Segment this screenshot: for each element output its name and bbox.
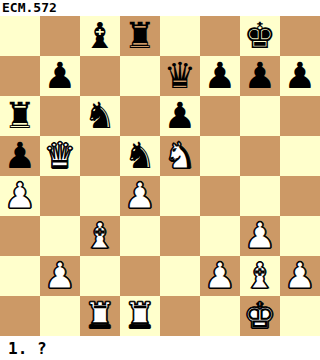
square-h2[interactable]: ♟ [280, 256, 320, 296]
square-h4[interactable] [280, 176, 320, 216]
square-f5[interactable] [200, 136, 240, 176]
square-b4[interactable] [40, 176, 80, 216]
square-h1[interactable] [280, 296, 320, 336]
square-e1[interactable] [160, 296, 200, 336]
square-f7[interactable]: ♟ [200, 56, 240, 96]
piece-black-bishop[interactable]: ♝ [84, 16, 116, 56]
piece-white-pawn[interactable]: ♟ [244, 216, 276, 256]
piece-white-pawn[interactable]: ♟ [124, 176, 156, 216]
piece-white-rook[interactable]: ♜ [124, 296, 156, 336]
square-b7[interactable]: ♟ [40, 56, 80, 96]
square-d8[interactable]: ♜ [120, 16, 160, 56]
piece-white-knight[interactable]: ♞ [164, 136, 196, 176]
piece-black-knight[interactable]: ♞ [84, 96, 116, 136]
square-e7[interactable]: ♛ [160, 56, 200, 96]
piece-white-pawn[interactable]: ♟ [284, 256, 316, 296]
square-a2[interactable] [0, 256, 40, 296]
square-c8[interactable]: ♝ [80, 16, 120, 56]
square-g7[interactable]: ♟ [240, 56, 280, 96]
chess-app: ECM.572 ♝♜♚♟♛♟♟♟♜♞♟♟♛♞♞♟♟♝♟♟♟♝♟♜♜♚ 1. ? [0, 0, 320, 360]
square-a4[interactable]: ♟ [0, 176, 40, 216]
square-a5[interactable]: ♟ [0, 136, 40, 176]
square-a3[interactable] [0, 216, 40, 256]
square-c6[interactable]: ♞ [80, 96, 120, 136]
move-prompt-bar: 1. ? [0, 336, 320, 360]
square-g1[interactable]: ♚ [240, 296, 280, 336]
piece-black-knight[interactable]: ♞ [124, 136, 156, 176]
square-g4[interactable] [240, 176, 280, 216]
square-f2[interactable]: ♟ [200, 256, 240, 296]
square-b1[interactable] [40, 296, 80, 336]
square-d2[interactable] [120, 256, 160, 296]
piece-black-pawn[interactable]: ♟ [244, 56, 276, 96]
piece-black-rook[interactable]: ♜ [4, 96, 36, 136]
chess-board: ♝♜♚♟♛♟♟♟♜♞♟♟♛♞♞♟♟♝♟♟♟♝♟♜♜♚ [0, 16, 320, 336]
piece-white-king[interactable]: ♚ [244, 296, 276, 336]
piece-white-pawn[interactable]: ♟ [4, 176, 36, 216]
title-bar: ECM.572 [0, 0, 320, 16]
square-h6[interactable] [280, 96, 320, 136]
square-g5[interactable] [240, 136, 280, 176]
square-c5[interactable] [80, 136, 120, 176]
square-c3[interactable]: ♝ [80, 216, 120, 256]
square-a6[interactable]: ♜ [0, 96, 40, 136]
square-d3[interactable] [120, 216, 160, 256]
piece-white-rook[interactable]: ♜ [84, 296, 116, 336]
puzzle-title: ECM.572 [2, 0, 57, 16]
square-e3[interactable] [160, 216, 200, 256]
square-a7[interactable] [0, 56, 40, 96]
square-g2[interactable]: ♝ [240, 256, 280, 296]
square-b6[interactable] [40, 96, 80, 136]
square-c1[interactable]: ♜ [80, 296, 120, 336]
piece-black-pawn[interactable]: ♟ [164, 96, 196, 136]
square-f6[interactable] [200, 96, 240, 136]
square-h7[interactable]: ♟ [280, 56, 320, 96]
square-e2[interactable] [160, 256, 200, 296]
piece-black-pawn[interactable]: ♟ [204, 56, 236, 96]
move-prompt: 1. ? [8, 339, 47, 358]
square-b8[interactable] [40, 16, 80, 56]
piece-black-pawn[interactable]: ♟ [284, 56, 316, 96]
piece-black-king[interactable]: ♚ [244, 16, 276, 56]
square-g3[interactable]: ♟ [240, 216, 280, 256]
piece-white-queen[interactable]: ♛ [44, 136, 76, 176]
square-g6[interactable] [240, 96, 280, 136]
square-d1[interactable]: ♜ [120, 296, 160, 336]
square-e8[interactable] [160, 16, 200, 56]
square-b3[interactable] [40, 216, 80, 256]
piece-black-pawn[interactable]: ♟ [44, 56, 76, 96]
piece-black-queen[interactable]: ♛ [164, 56, 196, 96]
piece-black-pawn[interactable]: ♟ [4, 136, 36, 176]
square-a8[interactable] [0, 16, 40, 56]
square-e6[interactable]: ♟ [160, 96, 200, 136]
square-d4[interactable]: ♟ [120, 176, 160, 216]
square-h3[interactable] [280, 216, 320, 256]
square-a1[interactable] [0, 296, 40, 336]
piece-white-pawn[interactable]: ♟ [44, 256, 76, 296]
square-e4[interactable] [160, 176, 200, 216]
square-g8[interactable]: ♚ [240, 16, 280, 56]
square-d5[interactable]: ♞ [120, 136, 160, 176]
piece-white-pawn[interactable]: ♟ [204, 256, 236, 296]
square-c4[interactable] [80, 176, 120, 216]
piece-white-bishop[interactable]: ♝ [244, 256, 276, 296]
square-h5[interactable] [280, 136, 320, 176]
square-e5[interactable]: ♞ [160, 136, 200, 176]
piece-white-bishop[interactable]: ♝ [84, 216, 116, 256]
square-f8[interactable] [200, 16, 240, 56]
square-h8[interactable] [280, 16, 320, 56]
square-d7[interactable] [120, 56, 160, 96]
square-c2[interactable] [80, 256, 120, 296]
square-f3[interactable] [200, 216, 240, 256]
square-b5[interactable]: ♛ [40, 136, 80, 176]
square-f4[interactable] [200, 176, 240, 216]
square-c7[interactable] [80, 56, 120, 96]
piece-black-rook[interactable]: ♜ [124, 16, 156, 56]
square-f1[interactable] [200, 296, 240, 336]
square-b2[interactable]: ♟ [40, 256, 80, 296]
square-d6[interactable] [120, 96, 160, 136]
